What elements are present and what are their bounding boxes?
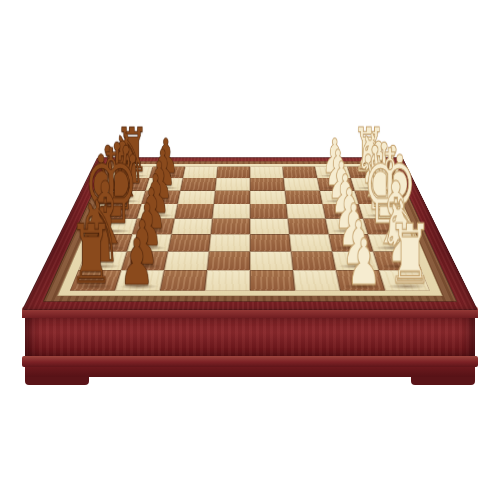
base-bottom-band	[25, 367, 475, 377]
base-foot-right	[411, 377, 475, 385]
base-foot-left	[25, 377, 89, 385]
board-plane: ♜♟♟♜♞♟♟♞♝♟♟♝♛♟♟♛♚♟♟♚♝♟♟♝♞♟♟♞♜♟♟♜	[22, 157, 478, 310]
walnut-band	[43, 161, 457, 301]
base-front-face	[25, 318, 475, 356]
base-lower-molding	[22, 356, 478, 367]
chess-set-photo: ♜♟♟♜♞♟♟♞♝♟♟♝♛♟♟♛♚♟♟♚♝♟♟♝♞♟♟♞♜♟♟♜	[0, 0, 500, 500]
